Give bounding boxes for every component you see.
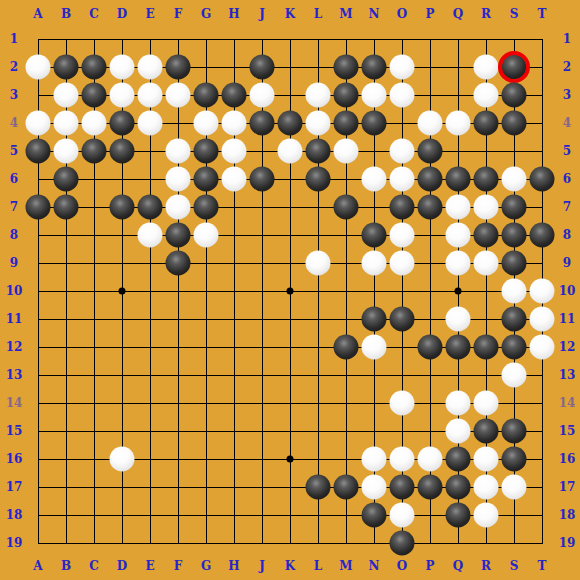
intersection-E5[interactable] xyxy=(136,137,164,165)
intersection-G18[interactable] xyxy=(192,501,220,529)
intersection-G1[interactable] xyxy=(192,25,220,53)
intersection-N2[interactable] xyxy=(360,53,388,81)
intersection-L4[interactable] xyxy=(304,109,332,137)
intersection-N16[interactable] xyxy=(360,445,388,473)
intersection-S9[interactable] xyxy=(500,249,528,277)
intersection-D17[interactable] xyxy=(108,473,136,501)
intersection-R6[interactable] xyxy=(472,165,500,193)
intersection-L18[interactable] xyxy=(304,501,332,529)
intersection-S11[interactable] xyxy=(500,305,528,333)
intersection-P19[interactable] xyxy=(416,529,444,557)
intersection-F19[interactable] xyxy=(164,529,192,557)
intersection-H17[interactable] xyxy=(220,473,248,501)
intersection-R11[interactable] xyxy=(472,305,500,333)
intersection-F1[interactable] xyxy=(164,25,192,53)
intersection-D19[interactable] xyxy=(108,529,136,557)
intersection-H14[interactable] xyxy=(220,389,248,417)
intersection-Q12[interactable] xyxy=(444,333,472,361)
intersection-K17[interactable] xyxy=(276,473,304,501)
intersection-E18[interactable] xyxy=(136,501,164,529)
intersection-Q16[interactable] xyxy=(444,445,472,473)
intersection-K19[interactable] xyxy=(276,529,304,557)
intersection-E16[interactable] xyxy=(136,445,164,473)
intersection-N8[interactable] xyxy=(360,221,388,249)
intersection-Q17[interactable] xyxy=(444,473,472,501)
intersection-G19[interactable] xyxy=(192,529,220,557)
intersection-G13[interactable] xyxy=(192,361,220,389)
intersection-C8[interactable] xyxy=(80,221,108,249)
intersection-S1[interactable] xyxy=(500,25,528,53)
intersection-A16[interactable] xyxy=(24,445,52,473)
intersection-M9[interactable] xyxy=(332,249,360,277)
intersection-C17[interactable] xyxy=(80,473,108,501)
intersection-K7[interactable] xyxy=(276,193,304,221)
intersection-S18[interactable] xyxy=(500,501,528,529)
intersection-B10[interactable] xyxy=(52,277,80,305)
intersection-M2[interactable] xyxy=(332,53,360,81)
intersection-G8[interactable] xyxy=(192,221,220,249)
intersection-K13[interactable] xyxy=(276,361,304,389)
intersection-M8[interactable] xyxy=(332,221,360,249)
intersection-C1[interactable] xyxy=(80,25,108,53)
intersection-Q18[interactable] xyxy=(444,501,472,529)
intersection-M6[interactable] xyxy=(332,165,360,193)
intersection-S2[interactable] xyxy=(500,53,528,81)
intersection-D2[interactable] xyxy=(108,53,136,81)
intersection-E17[interactable] xyxy=(136,473,164,501)
intersection-Q15[interactable] xyxy=(444,417,472,445)
intersection-T6[interactable] xyxy=(528,165,556,193)
intersection-F2[interactable] xyxy=(164,53,192,81)
intersection-C5[interactable] xyxy=(80,137,108,165)
intersection-H1[interactable] xyxy=(220,25,248,53)
intersection-M16[interactable] xyxy=(332,445,360,473)
intersection-T4[interactable] xyxy=(528,109,556,137)
intersection-B12[interactable] xyxy=(52,333,80,361)
intersection-D5[interactable] xyxy=(108,137,136,165)
intersection-D1[interactable] xyxy=(108,25,136,53)
intersection-O19[interactable] xyxy=(388,529,416,557)
intersection-T9[interactable] xyxy=(528,249,556,277)
intersection-J6[interactable] xyxy=(248,165,276,193)
intersection-S16[interactable] xyxy=(500,445,528,473)
intersection-J16[interactable] xyxy=(248,445,276,473)
intersection-B4[interactable] xyxy=(52,109,80,137)
intersection-P18[interactable] xyxy=(416,501,444,529)
intersection-R19[interactable] xyxy=(472,529,500,557)
intersection-C2[interactable] xyxy=(80,53,108,81)
intersection-F4[interactable] xyxy=(164,109,192,137)
intersection-F9[interactable] xyxy=(164,249,192,277)
intersection-J15[interactable] xyxy=(248,417,276,445)
intersection-R3[interactable] xyxy=(472,81,500,109)
intersection-Q1[interactable] xyxy=(444,25,472,53)
intersection-S14[interactable] xyxy=(500,389,528,417)
intersection-E8[interactable] xyxy=(136,221,164,249)
intersection-M14[interactable] xyxy=(332,389,360,417)
intersection-N7[interactable] xyxy=(360,193,388,221)
intersection-Q14[interactable] xyxy=(444,389,472,417)
intersection-J9[interactable] xyxy=(248,249,276,277)
intersection-N5[interactable] xyxy=(360,137,388,165)
intersection-O15[interactable] xyxy=(388,417,416,445)
intersection-D16[interactable] xyxy=(108,445,136,473)
intersection-R13[interactable] xyxy=(472,361,500,389)
intersection-P14[interactable] xyxy=(416,389,444,417)
intersection-D13[interactable] xyxy=(108,361,136,389)
intersection-O14[interactable] xyxy=(388,389,416,417)
intersection-F17[interactable] xyxy=(164,473,192,501)
intersection-N11[interactable] xyxy=(360,305,388,333)
intersection-F16[interactable] xyxy=(164,445,192,473)
intersection-H13[interactable] xyxy=(220,361,248,389)
intersection-F13[interactable] xyxy=(164,361,192,389)
intersection-A9[interactable] xyxy=(24,249,52,277)
intersection-R14[interactable] xyxy=(472,389,500,417)
intersection-C3[interactable] xyxy=(80,81,108,109)
intersection-M19[interactable] xyxy=(332,529,360,557)
intersection-E4[interactable] xyxy=(136,109,164,137)
intersection-A18[interactable] xyxy=(24,501,52,529)
intersection-H19[interactable] xyxy=(220,529,248,557)
intersection-S15[interactable] xyxy=(500,417,528,445)
intersection-G11[interactable] xyxy=(192,305,220,333)
intersection-J18[interactable] xyxy=(248,501,276,529)
intersection-O13[interactable] xyxy=(388,361,416,389)
intersection-S6[interactable] xyxy=(500,165,528,193)
intersection-J10[interactable] xyxy=(248,277,276,305)
intersection-K2[interactable] xyxy=(276,53,304,81)
intersection-A14[interactable] xyxy=(24,389,52,417)
intersection-L15[interactable] xyxy=(304,417,332,445)
intersection-T18[interactable] xyxy=(528,501,556,529)
intersection-D11[interactable] xyxy=(108,305,136,333)
intersection-K5[interactable] xyxy=(276,137,304,165)
intersection-O3[interactable] xyxy=(388,81,416,109)
intersection-L12[interactable] xyxy=(304,333,332,361)
intersection-F8[interactable] xyxy=(164,221,192,249)
intersection-A12[interactable] xyxy=(24,333,52,361)
intersection-D10[interactable] xyxy=(108,277,136,305)
intersection-R18[interactable] xyxy=(472,501,500,529)
intersection-H15[interactable] xyxy=(220,417,248,445)
intersection-C9[interactable] xyxy=(80,249,108,277)
intersection-G4[interactable] xyxy=(192,109,220,137)
intersection-B17[interactable] xyxy=(52,473,80,501)
intersection-C12[interactable] xyxy=(80,333,108,361)
intersection-R9[interactable] xyxy=(472,249,500,277)
intersection-O7[interactable] xyxy=(388,193,416,221)
intersection-K14[interactable] xyxy=(276,389,304,417)
intersection-T11[interactable] xyxy=(528,305,556,333)
intersection-G3[interactable] xyxy=(192,81,220,109)
intersection-C4[interactable] xyxy=(80,109,108,137)
intersection-P1[interactable] xyxy=(416,25,444,53)
intersection-H10[interactable] xyxy=(220,277,248,305)
intersection-F6[interactable] xyxy=(164,165,192,193)
intersection-N13[interactable] xyxy=(360,361,388,389)
intersection-O9[interactable] xyxy=(388,249,416,277)
intersection-Q3[interactable] xyxy=(444,81,472,109)
intersection-H7[interactable] xyxy=(220,193,248,221)
intersection-K8[interactable] xyxy=(276,221,304,249)
intersection-N1[interactable] xyxy=(360,25,388,53)
intersection-B18[interactable] xyxy=(52,501,80,529)
intersection-L16[interactable] xyxy=(304,445,332,473)
intersection-F12[interactable] xyxy=(164,333,192,361)
intersection-Q19[interactable] xyxy=(444,529,472,557)
intersection-Q5[interactable] xyxy=(444,137,472,165)
intersection-T3[interactable] xyxy=(528,81,556,109)
intersection-E2[interactable] xyxy=(136,53,164,81)
intersection-T2[interactable] xyxy=(528,53,556,81)
intersection-Q4[interactable] xyxy=(444,109,472,137)
intersection-Q8[interactable] xyxy=(444,221,472,249)
intersection-A3[interactable] xyxy=(24,81,52,109)
intersection-K12[interactable] xyxy=(276,333,304,361)
intersection-D3[interactable] xyxy=(108,81,136,109)
intersection-B14[interactable] xyxy=(52,389,80,417)
intersection-D12[interactable] xyxy=(108,333,136,361)
intersection-F11[interactable] xyxy=(164,305,192,333)
intersection-S3[interactable] xyxy=(500,81,528,109)
intersection-L8[interactable] xyxy=(304,221,332,249)
intersection-T16[interactable] xyxy=(528,445,556,473)
intersection-O5[interactable] xyxy=(388,137,416,165)
intersection-C13[interactable] xyxy=(80,361,108,389)
intersection-C15[interactable] xyxy=(80,417,108,445)
intersection-H5[interactable] xyxy=(220,137,248,165)
intersection-B11[interactable] xyxy=(52,305,80,333)
intersection-P2[interactable] xyxy=(416,53,444,81)
intersection-S17[interactable] xyxy=(500,473,528,501)
intersection-M17[interactable] xyxy=(332,473,360,501)
intersection-G5[interactable] xyxy=(192,137,220,165)
intersection-E19[interactable] xyxy=(136,529,164,557)
intersection-L6[interactable] xyxy=(304,165,332,193)
intersection-T7[interactable] xyxy=(528,193,556,221)
intersection-A11[interactable] xyxy=(24,305,52,333)
intersection-M12[interactable] xyxy=(332,333,360,361)
intersection-F3[interactable] xyxy=(164,81,192,109)
intersection-G2[interactable] xyxy=(192,53,220,81)
intersection-J1[interactable] xyxy=(248,25,276,53)
intersection-Q11[interactable] xyxy=(444,305,472,333)
intersection-P5[interactable] xyxy=(416,137,444,165)
intersection-J8[interactable] xyxy=(248,221,276,249)
intersection-G15[interactable] xyxy=(192,417,220,445)
intersection-E1[interactable] xyxy=(136,25,164,53)
intersection-P3[interactable] xyxy=(416,81,444,109)
intersection-N12[interactable] xyxy=(360,333,388,361)
intersection-K1[interactable] xyxy=(276,25,304,53)
intersection-T12[interactable] xyxy=(528,333,556,361)
intersection-S5[interactable] xyxy=(500,137,528,165)
intersection-B8[interactable] xyxy=(52,221,80,249)
intersection-J4[interactable] xyxy=(248,109,276,137)
intersection-A4[interactable] xyxy=(24,109,52,137)
intersection-A1[interactable] xyxy=(24,25,52,53)
intersection-A8[interactable] xyxy=(24,221,52,249)
intersection-H8[interactable] xyxy=(220,221,248,249)
intersection-A19[interactable] xyxy=(24,529,52,557)
intersection-K11[interactable] xyxy=(276,305,304,333)
intersection-R10[interactable] xyxy=(472,277,500,305)
intersection-T17[interactable] xyxy=(528,473,556,501)
intersection-F18[interactable] xyxy=(164,501,192,529)
intersection-G7[interactable] xyxy=(192,193,220,221)
intersection-N18[interactable] xyxy=(360,501,388,529)
intersection-N4[interactable] xyxy=(360,109,388,137)
intersection-C19[interactable] xyxy=(80,529,108,557)
intersection-N9[interactable] xyxy=(360,249,388,277)
intersection-C11[interactable] xyxy=(80,305,108,333)
intersection-R17[interactable] xyxy=(472,473,500,501)
intersection-M18[interactable] xyxy=(332,501,360,529)
intersection-B13[interactable] xyxy=(52,361,80,389)
intersection-J7[interactable] xyxy=(248,193,276,221)
intersection-H18[interactable] xyxy=(220,501,248,529)
intersection-C10[interactable] xyxy=(80,277,108,305)
intersection-K4[interactable] xyxy=(276,109,304,137)
intersection-E11[interactable] xyxy=(136,305,164,333)
intersection-A5[interactable] xyxy=(24,137,52,165)
intersection-P10[interactable] xyxy=(416,277,444,305)
intersection-H12[interactable] xyxy=(220,333,248,361)
intersection-D7[interactable] xyxy=(108,193,136,221)
intersection-G17[interactable] xyxy=(192,473,220,501)
intersection-R4[interactable] xyxy=(472,109,500,137)
intersection-A15[interactable] xyxy=(24,417,52,445)
intersection-P9[interactable] xyxy=(416,249,444,277)
intersection-O16[interactable] xyxy=(388,445,416,473)
intersection-B9[interactable] xyxy=(52,249,80,277)
intersection-A7[interactable] xyxy=(24,193,52,221)
intersection-N15[interactable] xyxy=(360,417,388,445)
intersection-S13[interactable] xyxy=(500,361,528,389)
intersection-A10[interactable] xyxy=(24,277,52,305)
intersection-F7[interactable] xyxy=(164,193,192,221)
intersection-P8[interactable] xyxy=(416,221,444,249)
intersection-R1[interactable] xyxy=(472,25,500,53)
intersection-N17[interactable] xyxy=(360,473,388,501)
intersection-K16[interactable] xyxy=(276,445,304,473)
intersection-J12[interactable] xyxy=(248,333,276,361)
intersection-N14[interactable] xyxy=(360,389,388,417)
intersection-G16[interactable] xyxy=(192,445,220,473)
intersection-M3[interactable] xyxy=(332,81,360,109)
intersection-L3[interactable] xyxy=(304,81,332,109)
intersection-J2[interactable] xyxy=(248,53,276,81)
intersection-R2[interactable] xyxy=(472,53,500,81)
intersection-B5[interactable] xyxy=(52,137,80,165)
intersection-F15[interactable] xyxy=(164,417,192,445)
intersection-O2[interactable] xyxy=(388,53,416,81)
intersection-E3[interactable] xyxy=(136,81,164,109)
intersection-L9[interactable] xyxy=(304,249,332,277)
intersection-M7[interactable] xyxy=(332,193,360,221)
intersection-M1[interactable] xyxy=(332,25,360,53)
intersection-J13[interactable] xyxy=(248,361,276,389)
intersection-A17[interactable] xyxy=(24,473,52,501)
intersection-E7[interactable] xyxy=(136,193,164,221)
intersection-O1[interactable] xyxy=(388,25,416,53)
intersection-K10[interactable] xyxy=(276,277,304,305)
intersection-M10[interactable] xyxy=(332,277,360,305)
intersection-B3[interactable] xyxy=(52,81,80,109)
intersection-S7[interactable] xyxy=(500,193,528,221)
intersection-Q10[interactable] xyxy=(444,277,472,305)
intersection-S8[interactable] xyxy=(500,221,528,249)
intersection-M15[interactable] xyxy=(332,417,360,445)
intersection-R12[interactable] xyxy=(472,333,500,361)
intersection-N10[interactable] xyxy=(360,277,388,305)
intersection-O10[interactable] xyxy=(388,277,416,305)
intersection-B15[interactable] xyxy=(52,417,80,445)
intersection-A2[interactable] xyxy=(24,53,52,81)
intersection-G12[interactable] xyxy=(192,333,220,361)
intersection-P11[interactable] xyxy=(416,305,444,333)
intersection-H9[interactable] xyxy=(220,249,248,277)
intersection-E13[interactable] xyxy=(136,361,164,389)
intersection-A6[interactable] xyxy=(24,165,52,193)
intersection-T10[interactable] xyxy=(528,277,556,305)
intersection-B6[interactable] xyxy=(52,165,80,193)
intersection-J19[interactable] xyxy=(248,529,276,557)
intersection-B7[interactable] xyxy=(52,193,80,221)
intersection-K18[interactable] xyxy=(276,501,304,529)
intersection-M4[interactable] xyxy=(332,109,360,137)
intersection-N3[interactable] xyxy=(360,81,388,109)
intersection-S10[interactable] xyxy=(500,277,528,305)
intersection-O8[interactable] xyxy=(388,221,416,249)
intersection-Q13[interactable] xyxy=(444,361,472,389)
intersection-R15[interactable] xyxy=(472,417,500,445)
intersection-T13[interactable] xyxy=(528,361,556,389)
intersection-A13[interactable] xyxy=(24,361,52,389)
intersection-B19[interactable] xyxy=(52,529,80,557)
intersection-T19[interactable] xyxy=(528,529,556,557)
intersection-G6[interactable] xyxy=(192,165,220,193)
intersection-L10[interactable] xyxy=(304,277,332,305)
intersection-K3[interactable] xyxy=(276,81,304,109)
intersection-G14[interactable] xyxy=(192,389,220,417)
intersection-Q6[interactable] xyxy=(444,165,472,193)
intersection-C18[interactable] xyxy=(80,501,108,529)
intersection-E6[interactable] xyxy=(136,165,164,193)
intersection-F10[interactable] xyxy=(164,277,192,305)
intersection-L17[interactable] xyxy=(304,473,332,501)
intersection-M13[interactable] xyxy=(332,361,360,389)
intersection-T15[interactable] xyxy=(528,417,556,445)
intersection-N6[interactable] xyxy=(360,165,388,193)
intersection-F5[interactable] xyxy=(164,137,192,165)
intersection-P13[interactable] xyxy=(416,361,444,389)
intersection-C14[interactable] xyxy=(80,389,108,417)
intersection-R5[interactable] xyxy=(472,137,500,165)
intersection-L14[interactable] xyxy=(304,389,332,417)
intersection-E14[interactable] xyxy=(136,389,164,417)
intersection-Q7[interactable] xyxy=(444,193,472,221)
intersection-D18[interactable] xyxy=(108,501,136,529)
intersection-H2[interactable] xyxy=(220,53,248,81)
intersection-E9[interactable] xyxy=(136,249,164,277)
intersection-P4[interactable] xyxy=(416,109,444,137)
intersection-D9[interactable] xyxy=(108,249,136,277)
intersection-O11[interactable] xyxy=(388,305,416,333)
intersection-L2[interactable] xyxy=(304,53,332,81)
intersection-O17[interactable] xyxy=(388,473,416,501)
